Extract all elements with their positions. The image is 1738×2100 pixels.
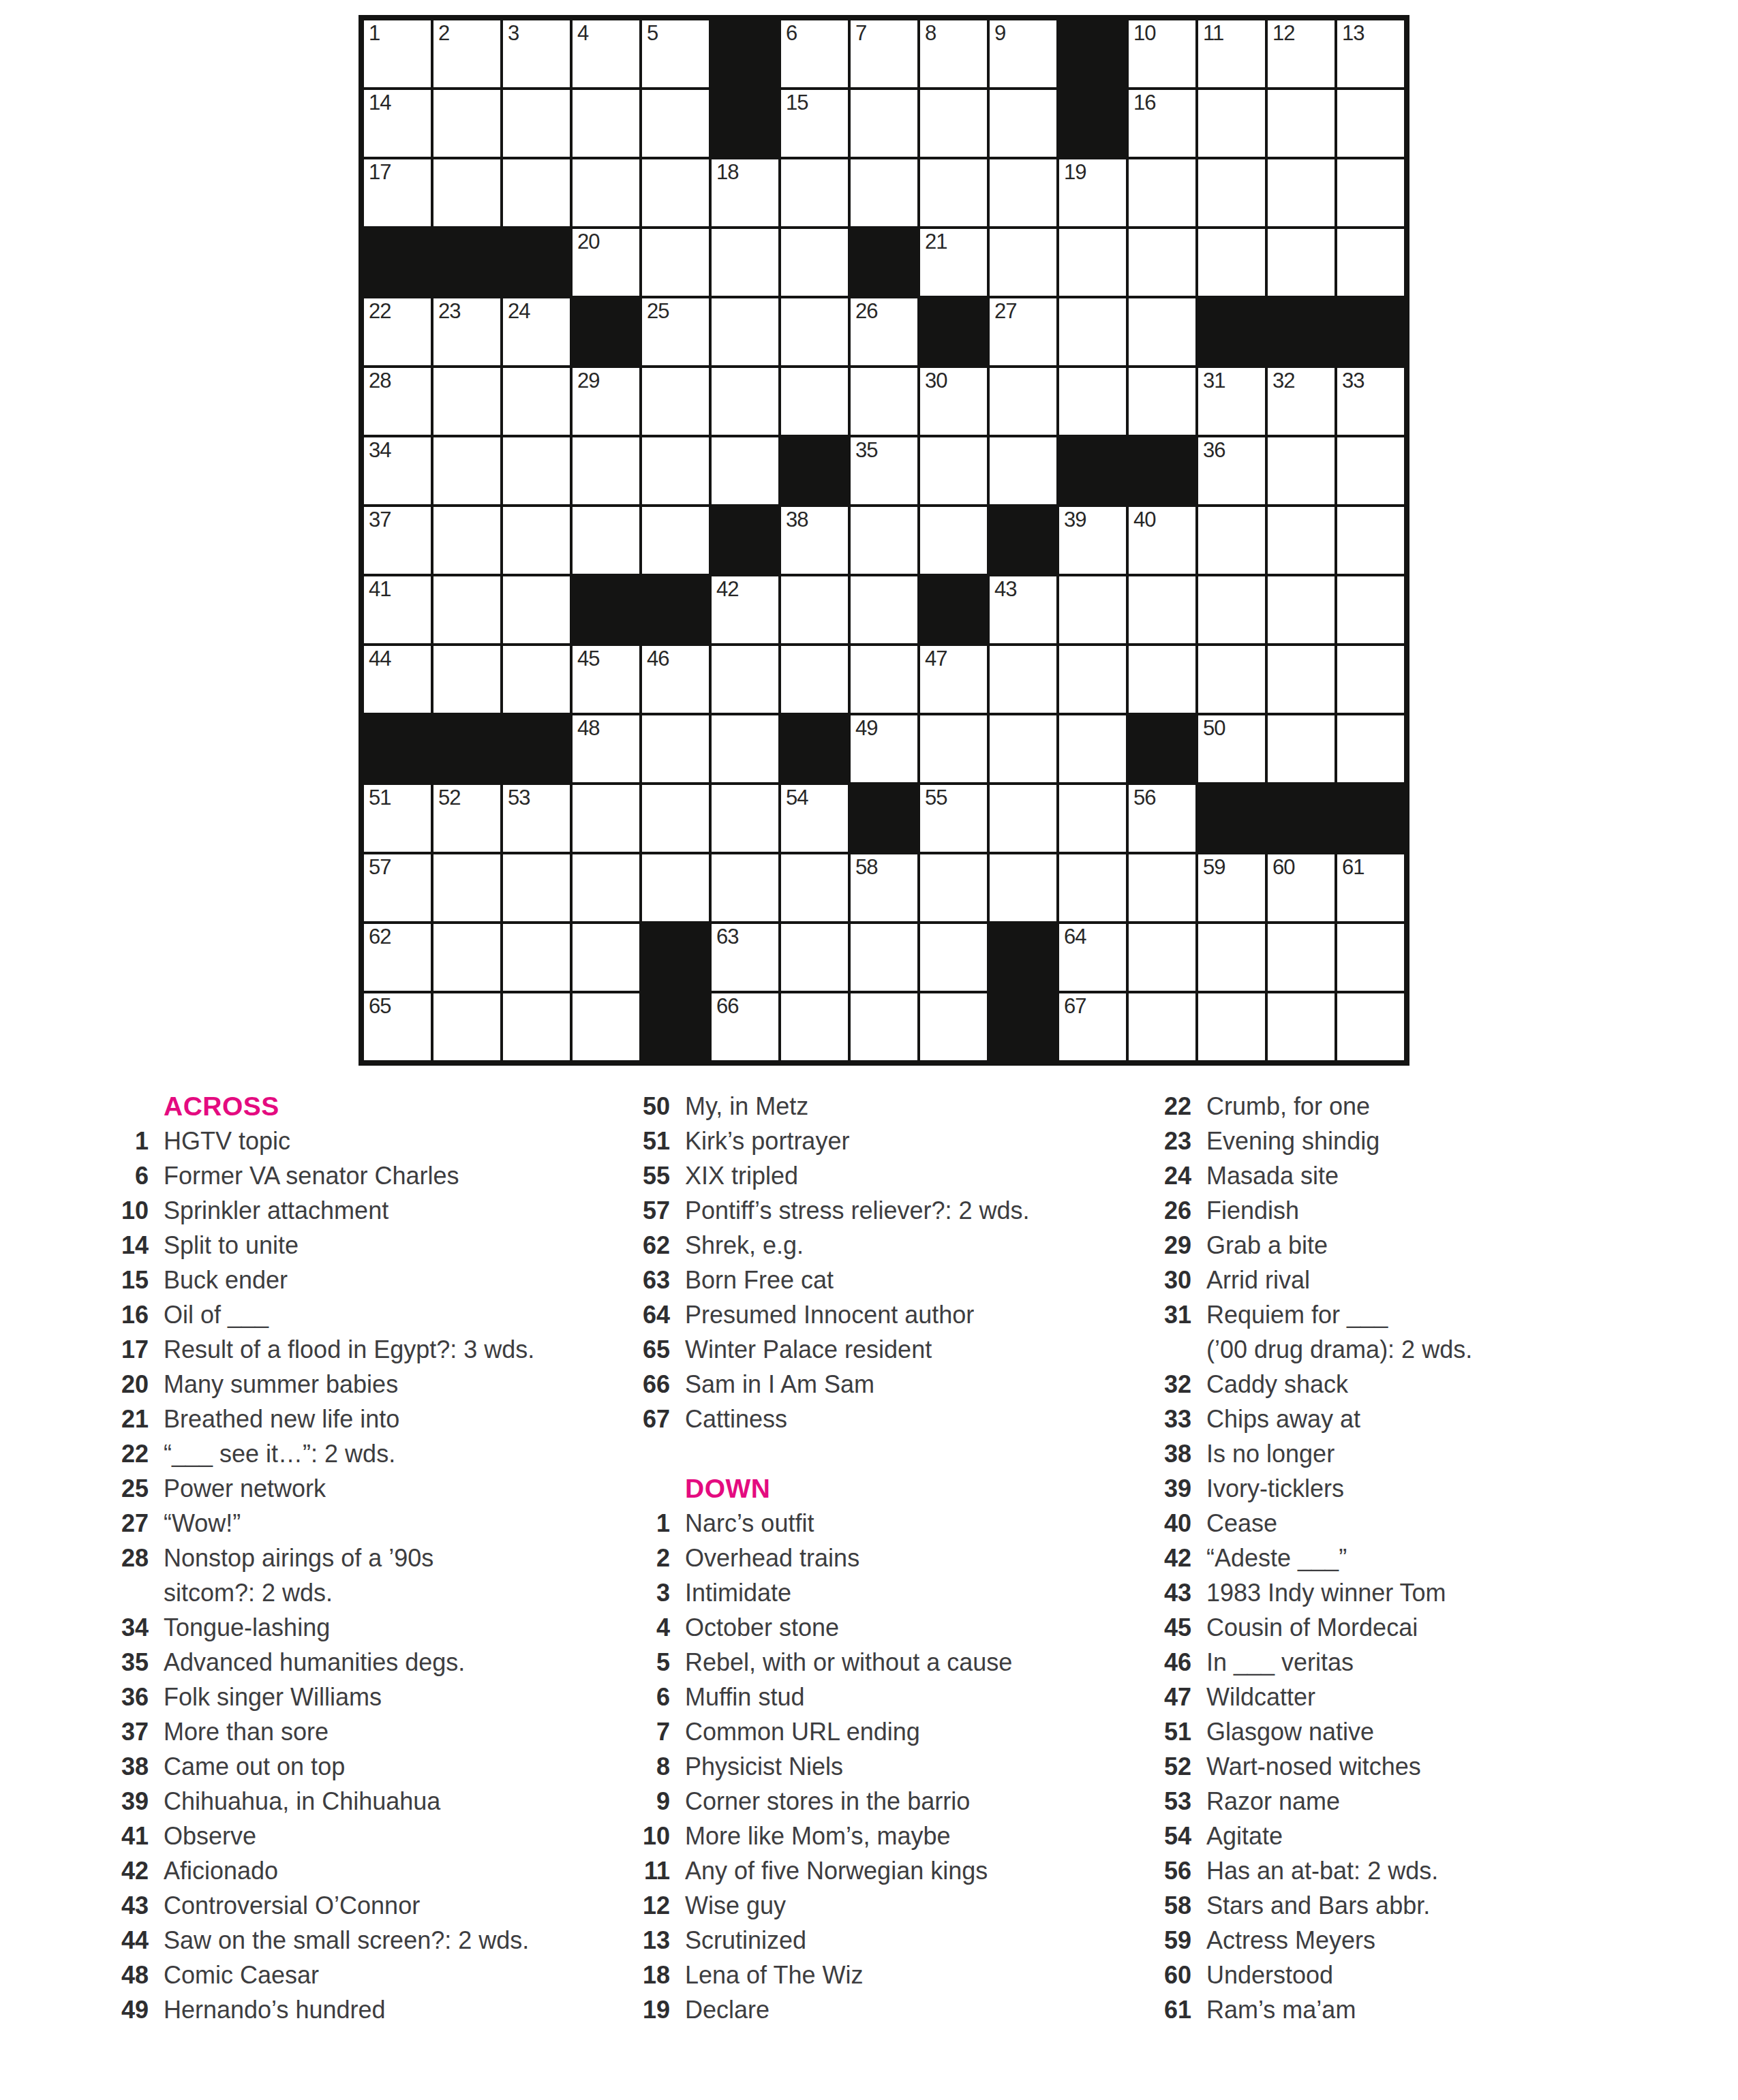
cell-r6c9[interactable]: 30 <box>920 368 987 435</box>
cell-r7c8[interactable]: 35 <box>851 437 917 504</box>
cell-r6c10[interactable] <box>990 368 1056 435</box>
cell-number: 59 <box>1203 856 1225 878</box>
cell-r3c15[interactable] <box>1337 159 1404 226</box>
clue-across-44: 44Saw on the small screen?: 2 wds. <box>82 1923 601 1958</box>
clue-number: 8 <box>603 1749 670 1784</box>
cell-r14c8[interactable] <box>851 924 917 991</box>
cell-r2c14[interactable] <box>1268 90 1335 157</box>
cell-r6c15[interactable]: 33 <box>1337 368 1404 435</box>
cell-r3c13[interactable] <box>1198 159 1265 226</box>
clue-number: 66 <box>603 1367 670 1402</box>
cell-r3c3[interactable] <box>503 159 570 226</box>
clue-down-7: 7Common URL ending <box>603 1714 1123 1749</box>
cell-r13c2[interactable] <box>433 854 500 921</box>
cell-r13c15[interactable]: 61 <box>1337 854 1404 921</box>
cell-r10c3[interactable] <box>503 646 570 713</box>
cell-r9c3[interactable] <box>503 576 570 643</box>
cell-r15c12[interactable] <box>1129 993 1195 1060</box>
cell-r3c4[interactable] <box>573 159 639 226</box>
cell-r7c3[interactable] <box>503 437 570 504</box>
clue-column-2: 50My, in Metz51Kirk’s portrayer55XIX tri… <box>603 1089 1123 2027</box>
cell-r11c4[interactable]: 48 <box>573 715 639 782</box>
cell-r3c12[interactable] <box>1129 159 1195 226</box>
cell-r2c8[interactable] <box>851 90 917 157</box>
cell-r6c2[interactable] <box>433 368 500 435</box>
clue-text: Chips away at <box>1206 1405 1360 1433</box>
cell-r2c1[interactable]: 14 <box>364 90 431 157</box>
cell-r9c13[interactable] <box>1198 576 1265 643</box>
cell-r12c1[interactable]: 51 <box>364 785 431 852</box>
clue-number: 41 <box>82 1819 149 1853</box>
clue-down-42: 42“Adeste ___” <box>1125 1541 1644 1575</box>
cell-r9c14[interactable] <box>1268 576 1335 643</box>
clue-down-18: 18Lena of The Wiz <box>603 1958 1123 1992</box>
cell-r8c12[interactable]: 40 <box>1129 507 1195 574</box>
cell-r8c13[interactable] <box>1198 507 1265 574</box>
clue-text: HGTV topic <box>164 1127 290 1155</box>
cell-r15c14[interactable] <box>1268 993 1335 1060</box>
cell-r7c15[interactable] <box>1337 437 1404 504</box>
clue-text: Grab a bite <box>1206 1231 1328 1259</box>
clue-down-52: 52Wart-nosed witches <box>1125 1749 1644 1784</box>
black-square <box>920 298 987 365</box>
cell-r2c15[interactable] <box>1337 90 1404 157</box>
cell-r5c6[interactable] <box>712 298 778 365</box>
cell-r10c7[interactable] <box>781 646 848 713</box>
cell-r15c3[interactable] <box>503 993 570 1060</box>
cell-r4c13[interactable] <box>1198 229 1265 296</box>
clue-down-12: 12Wise guy <box>603 1888 1123 1923</box>
cell-number: 55 <box>925 787 947 808</box>
clue-number: 51 <box>1125 1714 1191 1749</box>
cell-r15c2[interactable] <box>433 993 500 1060</box>
cell-r9c10[interactable]: 43 <box>990 576 1056 643</box>
cell-r13c5[interactable] <box>642 854 709 921</box>
cell-r10c11[interactable] <box>1059 646 1126 713</box>
black-square <box>642 993 709 1060</box>
cell-r1c9[interactable]: 8 <box>920 20 987 87</box>
clue-text: Lena of The Wiz <box>685 1961 863 1989</box>
clue-down-33: 33Chips away at <box>1125 1402 1644 1436</box>
cell-r12c2[interactable]: 52 <box>433 785 500 852</box>
cell-number: 31 <box>1203 370 1225 391</box>
cell-r6c8[interactable] <box>851 368 917 435</box>
clue-down-6: 6Muffin stud <box>603 1680 1123 1714</box>
cell-r9c7[interactable] <box>781 576 848 643</box>
cell-r13c3[interactable] <box>503 854 570 921</box>
cell-r14c1[interactable]: 62 <box>364 924 431 991</box>
clue-down-53: 53Razor name <box>1125 1784 1644 1819</box>
cell-r3c2[interactable] <box>433 159 500 226</box>
cell-number: 66 <box>716 995 738 1017</box>
cell-r7c10[interactable] <box>990 437 1056 504</box>
black-square <box>851 229 917 296</box>
clue-text: Winter Palace resident <box>685 1335 932 1363</box>
cell-r5c10[interactable]: 27 <box>990 298 1056 365</box>
clue-text: Kirk’s portrayer <box>685 1127 849 1155</box>
cell-r4c6[interactable] <box>712 229 778 296</box>
cell-r5c3[interactable]: 24 <box>503 298 570 365</box>
clue-number: 18 <box>603 1958 670 1992</box>
cell-r14c12[interactable] <box>1129 924 1195 991</box>
cell-r15c9[interactable] <box>920 993 987 1060</box>
cell-r13c12[interactable] <box>1129 854 1195 921</box>
cell-r2c13[interactable] <box>1198 90 1265 157</box>
cell-r10c8[interactable] <box>851 646 917 713</box>
cell-r8c1[interactable]: 37 <box>364 507 431 574</box>
cell-r11c8[interactable]: 49 <box>851 715 917 782</box>
cell-number: 42 <box>716 578 738 600</box>
clue-text: Presumed Innocent author <box>685 1301 974 1329</box>
cell-r1c8[interactable]: 7 <box>851 20 917 87</box>
cell-number: 5 <box>647 22 658 44</box>
cell-r2c12[interactable]: 16 <box>1129 90 1195 157</box>
cell-r12c9[interactable]: 55 <box>920 785 987 852</box>
cell-r11c6[interactable] <box>712 715 778 782</box>
cell-number: 7 <box>855 22 866 44</box>
cell-r5c1[interactable]: 22 <box>364 298 431 365</box>
cell-r6c5[interactable] <box>642 368 709 435</box>
cell-r3c6[interactable]: 18 <box>712 159 778 226</box>
cell-r1c2[interactable]: 2 <box>433 20 500 87</box>
cell-r1c3[interactable]: 3 <box>503 20 570 87</box>
cell-r13c7[interactable] <box>781 854 848 921</box>
clue-text: Wise guy <box>685 1891 786 1919</box>
cell-r1c4[interactable]: 4 <box>573 20 639 87</box>
clue-number: 16 <box>82 1297 149 1332</box>
cell-r3c8[interactable] <box>851 159 917 226</box>
cell-r12c4[interactable] <box>573 785 639 852</box>
clue-text: My, in Metz <box>685 1092 808 1120</box>
cell-number: 46 <box>647 648 669 669</box>
cell-r11c14[interactable] <box>1268 715 1335 782</box>
clue-number: 43 <box>82 1888 149 1923</box>
cell-r2c2[interactable] <box>433 90 500 157</box>
cell-r6c12[interactable] <box>1129 368 1195 435</box>
cell-r6c14[interactable]: 32 <box>1268 368 1335 435</box>
clue-text: Split to unite <box>164 1231 299 1259</box>
cell-r1c12[interactable]: 10 <box>1129 20 1195 87</box>
clue-across-41: 41Observe <box>82 1819 601 1853</box>
cell-r9c11[interactable] <box>1059 576 1126 643</box>
cell-r4c11[interactable] <box>1059 229 1126 296</box>
clue-across-48: 48Comic Caesar <box>82 1958 601 1992</box>
cell-r7c1[interactable]: 34 <box>364 437 431 504</box>
clue-text: “Adeste ___” <box>1206 1544 1347 1572</box>
clue-number: 47 <box>1125 1680 1191 1714</box>
clue-text: Pontiff’s stress reliever?: 2 wds. <box>685 1196 1030 1224</box>
cell-r8c8[interactable] <box>851 507 917 574</box>
cell-r11c13[interactable]: 50 <box>1198 715 1265 782</box>
cell-number: 52 <box>438 787 460 808</box>
cell-r2c5[interactable] <box>642 90 709 157</box>
cell-r10c6[interactable] <box>712 646 778 713</box>
clue-number: 39 <box>82 1784 149 1819</box>
black-square <box>642 924 709 991</box>
clue-number: 37 <box>82 1714 149 1749</box>
cell-r11c10[interactable] <box>990 715 1056 782</box>
cell-r12c5[interactable] <box>642 785 709 852</box>
cell-r15c13[interactable] <box>1198 993 1265 1060</box>
cell-r8c11[interactable]: 39 <box>1059 507 1126 574</box>
cell-r9c12[interactable] <box>1129 576 1195 643</box>
clue-across-16: 16Oil of ___ <box>82 1297 601 1332</box>
cell-r6c1[interactable]: 28 <box>364 368 431 435</box>
cell-r7c5[interactable] <box>642 437 709 504</box>
clue-number: 63 <box>603 1263 670 1297</box>
clue-number: 38 <box>1125 1436 1191 1471</box>
cell-r9c2[interactable] <box>433 576 500 643</box>
cell-r14c15[interactable] <box>1337 924 1404 991</box>
down-heading: DOWN <box>603 1471 1123 1506</box>
cell-r1c10[interactable]: 9 <box>990 20 1056 87</box>
cell-r10c9[interactable]: 47 <box>920 646 987 713</box>
clue-down-29: 29Grab a bite <box>1125 1228 1644 1263</box>
clue-across-43: 43Controversial O’Connor <box>82 1888 601 1923</box>
cell-r13c1[interactable]: 57 <box>364 854 431 921</box>
cell-number: 58 <box>855 856 877 878</box>
cell-r9c8[interactable] <box>851 576 917 643</box>
clue-number: 17 <box>82 1332 149 1367</box>
clue-text: Corner stores in the barrio <box>685 1787 970 1815</box>
cell-r9c15[interactable] <box>1337 576 1404 643</box>
cell-r13c9[interactable] <box>920 854 987 921</box>
cell-r13c4[interactable] <box>573 854 639 921</box>
cell-r14c6[interactable]: 63 <box>712 924 778 991</box>
cell-r12c10[interactable] <box>990 785 1056 852</box>
cell-r3c14[interactable] <box>1268 159 1335 226</box>
cell-number: 10 <box>1133 22 1155 44</box>
cell-r7c4[interactable] <box>573 437 639 504</box>
cell-r12c6[interactable] <box>712 785 778 852</box>
clue-number: 24 <box>1125 1158 1191 1193</box>
cell-number: 32 <box>1272 370 1294 391</box>
cell-r10c5[interactable]: 46 <box>642 646 709 713</box>
cell-r6c3[interactable] <box>503 368 570 435</box>
cell-r7c13[interactable]: 36 <box>1198 437 1265 504</box>
cell-r4c15[interactable] <box>1337 229 1404 296</box>
clue-text: Has an at-bat: 2 wds. <box>1206 1857 1438 1885</box>
clue-number: 19 <box>603 1992 670 2027</box>
clue-text: sitcom?: 2 wds. <box>164 1579 333 1607</box>
clue-column-3: 22Crumb, for one23Evening shindig24Masad… <box>1125 1089 1644 2027</box>
cell-r14c2[interactable] <box>433 924 500 991</box>
black-square <box>712 20 778 87</box>
cell-r10c14[interactable] <box>1268 646 1335 713</box>
cell-r2c3[interactable] <box>503 90 570 157</box>
cell-r10c1[interactable]: 44 <box>364 646 431 713</box>
cell-r5c8[interactable]: 26 <box>851 298 917 365</box>
cell-r15c11[interactable]: 67 <box>1059 993 1126 1060</box>
cell-r7c9[interactable] <box>920 437 987 504</box>
cell-r1c1[interactable]: 1 <box>364 20 431 87</box>
cell-r3c9[interactable] <box>920 159 987 226</box>
cell-r8c2[interactable] <box>433 507 500 574</box>
cell-number: 26 <box>855 300 877 322</box>
cell-r14c9[interactable] <box>920 924 987 991</box>
cell-r10c4[interactable]: 45 <box>573 646 639 713</box>
cell-r7c2[interactable] <box>433 437 500 504</box>
clue-column-1: ACROSS1HGTV topic6Former VA senator Char… <box>82 1089 601 2027</box>
cell-r2c7[interactable]: 15 <box>781 90 848 157</box>
clue-number: 34 <box>82 1610 149 1645</box>
cell-r15c6[interactable]: 66 <box>712 993 778 1060</box>
clue-across-63: 63Born Free cat <box>603 1263 1123 1297</box>
cell-r14c3[interactable] <box>503 924 570 991</box>
clue-down-23: 23Evening shindig <box>1125 1124 1644 1158</box>
cell-r3c7[interactable] <box>781 159 848 226</box>
clue-across-25: 25Power network <box>82 1471 601 1506</box>
cell-number: 27 <box>994 300 1016 322</box>
cell-r14c14[interactable] <box>1268 924 1335 991</box>
clue-text: Overhead trains <box>685 1544 859 1572</box>
cell-number: 65 <box>369 995 391 1017</box>
clue-across-50: 50My, in Metz <box>603 1089 1123 1124</box>
cell-r5c7[interactable] <box>781 298 848 365</box>
clue-number: 32 <box>1125 1367 1191 1402</box>
cell-r12c3[interactable]: 53 <box>503 785 570 852</box>
cell-r12c12[interactable]: 56 <box>1129 785 1195 852</box>
cell-r7c14[interactable] <box>1268 437 1335 504</box>
cell-r7c6[interactable] <box>712 437 778 504</box>
cell-r6c11[interactable] <box>1059 368 1126 435</box>
cell-r14c4[interactable] <box>573 924 639 991</box>
cell-number: 16 <box>1133 92 1155 113</box>
cell-r1c13[interactable]: 11 <box>1198 20 1265 87</box>
cell-r5c2[interactable]: 23 <box>433 298 500 365</box>
cell-r15c8[interactable] <box>851 993 917 1060</box>
cell-r4c5[interactable] <box>642 229 709 296</box>
cell-r4c12[interactable] <box>1129 229 1195 296</box>
clue-number: 58 <box>1125 1888 1191 1923</box>
clue-number: 20 <box>82 1367 149 1402</box>
cell-r1c15[interactable]: 13 <box>1337 20 1404 87</box>
crossword-grid: 1234567891011121314151617181920212223242… <box>359 15 1409 1066</box>
cell-number: 37 <box>369 509 391 530</box>
cell-r11c15[interactable] <box>1337 715 1404 782</box>
cell-number: 56 <box>1133 787 1155 808</box>
cell-r11c11[interactable] <box>1059 715 1126 782</box>
cell-r3c1[interactable]: 17 <box>364 159 431 226</box>
cell-r8c5[interactable] <box>642 507 709 574</box>
clue-text: Understood <box>1206 1961 1333 1989</box>
cell-r1c7[interactable]: 6 <box>781 20 848 87</box>
cell-r13c11[interactable] <box>1059 854 1126 921</box>
cell-number: 29 <box>577 370 599 391</box>
clue-number: 28 <box>82 1541 149 1575</box>
clue-across-49: 49Hernando’s hundred <box>82 1992 601 2027</box>
clue-text: Stars and Bars abbr. <box>1206 1891 1430 1919</box>
cell-r12c7[interactable]: 54 <box>781 785 848 852</box>
cell-r5c12[interactable] <box>1129 298 1195 365</box>
cell-r11c9[interactable] <box>920 715 987 782</box>
cell-r15c7[interactable] <box>781 993 848 1060</box>
cell-r8c4[interactable] <box>573 507 639 574</box>
clue-text: Wart-nosed witches <box>1206 1752 1421 1780</box>
cell-r1c14[interactable]: 12 <box>1268 20 1335 87</box>
cell-r4c10[interactable] <box>990 229 1056 296</box>
cell-r15c4[interactable] <box>573 993 639 1060</box>
cell-r5c5[interactable]: 25 <box>642 298 709 365</box>
cell-r3c11[interactable]: 19 <box>1059 159 1126 226</box>
cell-r8c15[interactable] <box>1337 507 1404 574</box>
cell-r2c4[interactable] <box>573 90 639 157</box>
clue-text: Arrid rival <box>1206 1266 1310 1294</box>
cell-r8c9[interactable] <box>920 507 987 574</box>
cell-r6c4[interactable]: 29 <box>573 368 639 435</box>
cell-number: 38 <box>786 509 808 530</box>
cell-r4c4[interactable]: 20 <box>573 229 639 296</box>
black-square <box>503 229 570 296</box>
clue-down-54: 54Agitate <box>1125 1819 1644 1853</box>
cell-r4c7[interactable] <box>781 229 848 296</box>
cell-r10c2[interactable] <box>433 646 500 713</box>
cell-r10c15[interactable] <box>1337 646 1404 713</box>
black-square <box>712 90 778 157</box>
cell-r4c14[interactable] <box>1268 229 1335 296</box>
cell-number: 30 <box>925 370 947 391</box>
cell-r4c9[interactable]: 21 <box>920 229 987 296</box>
cell-r8c14[interactable] <box>1268 507 1335 574</box>
clue-across-35: 35Advanced humanities degs. <box>82 1645 601 1680</box>
cell-r13c14[interactable]: 60 <box>1268 854 1335 921</box>
cell-r2c10[interactable] <box>990 90 1056 157</box>
cell-r13c13[interactable]: 59 <box>1198 854 1265 921</box>
cell-r9c6[interactable]: 42 <box>712 576 778 643</box>
cell-r11c5[interactable] <box>642 715 709 782</box>
cell-r13c8[interactable]: 58 <box>851 854 917 921</box>
cell-r15c15[interactable] <box>1337 993 1404 1060</box>
cell-r5c11[interactable] <box>1059 298 1126 365</box>
cell-r10c13[interactable] <box>1198 646 1265 713</box>
clue-number: 38 <box>82 1749 149 1784</box>
cell-r6c13[interactable]: 31 <box>1198 368 1265 435</box>
cell-r10c12[interactable] <box>1129 646 1195 713</box>
cell-r14c7[interactable] <box>781 924 848 991</box>
clue-across-51: 51Kirk’s portrayer <box>603 1124 1123 1158</box>
cell-r9c1[interactable]: 41 <box>364 576 431 643</box>
cell-r13c10[interactable] <box>990 854 1056 921</box>
clue-down-47: 47Wildcatter <box>1125 1680 1644 1714</box>
cell-number: 63 <box>716 926 738 947</box>
cell-r3c10[interactable] <box>990 159 1056 226</box>
cell-r14c11[interactable]: 64 <box>1059 924 1126 991</box>
cell-r1c5[interactable]: 5 <box>642 20 709 87</box>
clue-text: Caddy shack <box>1206 1370 1348 1398</box>
clue-text: Muffin stud <box>685 1683 804 1711</box>
cell-r12c11[interactable] <box>1059 785 1126 852</box>
cell-r6c6[interactable] <box>712 368 778 435</box>
cell-r2c9[interactable] <box>920 90 987 157</box>
clue-number: 33 <box>1125 1402 1191 1436</box>
clue-text: Cousin of Mordecai <box>1206 1613 1418 1641</box>
clue-text: Sprinkler attachment <box>164 1196 388 1224</box>
cell-r15c1[interactable]: 65 <box>364 993 431 1060</box>
clue-text: Saw on the small screen?: 2 wds. <box>164 1926 529 1954</box>
cell-r6c7[interactable] <box>781 368 848 435</box>
cell-r8c3[interactable] <box>503 507 570 574</box>
clue-number: 50 <box>603 1089 670 1124</box>
clue-text: Evening shindig <box>1206 1127 1379 1155</box>
cell-number: 18 <box>716 161 738 183</box>
cell-r8c7[interactable]: 38 <box>781 507 848 574</box>
cell-r13c6[interactable] <box>712 854 778 921</box>
cell-r3c5[interactable] <box>642 159 709 226</box>
clue-number: 22 <box>82 1436 149 1471</box>
clue-text: Many summer babies <box>164 1370 398 1398</box>
cell-r10c10[interactable] <box>990 646 1056 713</box>
cell-r14c13[interactable] <box>1198 924 1265 991</box>
